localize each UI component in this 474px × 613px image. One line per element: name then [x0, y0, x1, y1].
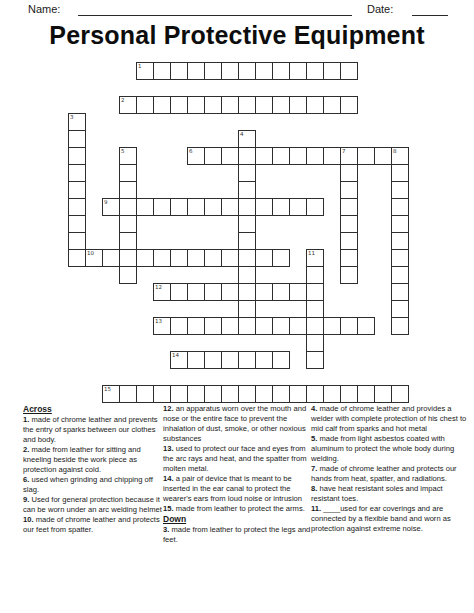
- grid-cell[interactable]: [357, 385, 375, 403]
- grid-cell[interactable]: [391, 283, 409, 301]
- grid-cell[interactable]: [306, 385, 324, 403]
- grid-cell[interactable]: [187, 351, 205, 369]
- grid-cell[interactable]: [204, 96, 222, 114]
- grid-cell[interactable]: [221, 147, 239, 165]
- grid-cell[interactable]: [340, 164, 358, 182]
- clue-number-label: 2.: [23, 445, 31, 454]
- grid-cell[interactable]: [306, 317, 324, 335]
- grid-cell[interactable]: [153, 385, 171, 403]
- clue-number-label: 9.: [23, 495, 31, 504]
- date-label: Date:: [367, 3, 393, 15]
- grid-cell[interactable]: 1: [136, 62, 154, 80]
- grid-cell[interactable]: [136, 96, 154, 114]
- grid-cell[interactable]: [238, 232, 256, 250]
- grid-cell[interactable]: [119, 215, 137, 233]
- grid-cell[interactable]: [68, 130, 86, 148]
- grid-cell[interactable]: [272, 147, 290, 165]
- grid-cell[interactable]: [238, 62, 256, 80]
- grid-cell[interactable]: [289, 385, 307, 403]
- grid-cell[interactable]: [357, 147, 375, 165]
- clue-column-down: 4. made of chrome leather and provides a…: [311, 404, 471, 534]
- grid-cell[interactable]: [323, 317, 341, 335]
- grid-cell[interactable]: [340, 181, 358, 199]
- grid-cell[interactable]: [68, 249, 86, 267]
- grid-cell[interactable]: [153, 96, 171, 114]
- grid-cell[interactable]: [391, 232, 409, 250]
- grid-cell[interactable]: [306, 283, 324, 301]
- grid-cell[interactable]: [119, 232, 137, 250]
- grid-cell[interactable]: [306, 62, 324, 80]
- clue: 4. made of chrome leather and provides a…: [311, 404, 471, 434]
- grid-cell[interactable]: [204, 317, 222, 335]
- clue: 13. used to protect our face and eyes fr…: [163, 444, 313, 474]
- grid-cell[interactable]: [221, 198, 239, 216]
- grid-cell[interactable]: [170, 283, 188, 301]
- grid-cell[interactable]: [238, 198, 256, 216]
- grid-cell[interactable]: [272, 385, 290, 403]
- grid-cell[interactable]: [306, 334, 324, 352]
- grid-cell[interactable]: [170, 249, 188, 267]
- clue-number: 10: [87, 250, 94, 256]
- clue: 7. made of chrome leather and protects o…: [311, 464, 471, 484]
- grid-cell[interactable]: [68, 215, 86, 233]
- grid-cell[interactable]: [153, 62, 171, 80]
- grid-cell[interactable]: [391, 300, 409, 318]
- grid-cell[interactable]: [272, 198, 290, 216]
- grid-cell[interactable]: [272, 283, 290, 301]
- clue-number: 12: [155, 284, 162, 290]
- name-blank-line[interactable]: [78, 2, 352, 16]
- grid-cell[interactable]: [187, 317, 205, 335]
- grid-cell[interactable]: [204, 198, 222, 216]
- clue: 14. a pair of device that is meant to be…: [163, 474, 313, 504]
- clue-number: 13: [155, 318, 162, 324]
- clue-number: 4: [240, 131, 244, 137]
- grid-cell[interactable]: [136, 249, 154, 267]
- grid-cell[interactable]: [255, 96, 273, 114]
- clue-number-label: 7.: [311, 464, 319, 473]
- grid-cell[interactable]: [204, 351, 222, 369]
- grid-cell[interactable]: [340, 198, 358, 216]
- clue: 2. made from leather for sitting and kne…: [23, 445, 163, 475]
- grid-cell[interactable]: [153, 198, 171, 216]
- grid-cell[interactable]: [391, 317, 409, 335]
- grid-cell[interactable]: [323, 385, 341, 403]
- grid-cell[interactable]: 8: [391, 147, 409, 165]
- grid-cell[interactable]: [238, 317, 256, 335]
- grid-cell[interactable]: [340, 249, 358, 267]
- grid-cell[interactable]: [272, 249, 290, 267]
- clue-number-label: 13.: [163, 444, 176, 453]
- grid-cell[interactable]: [119, 181, 137, 199]
- clue-number: 8: [393, 148, 397, 154]
- grid-cell[interactable]: [119, 198, 137, 216]
- grid-cell[interactable]: [306, 300, 324, 318]
- grid-cell[interactable]: [119, 164, 137, 182]
- clue: 9. Used for general protection because i…: [23, 495, 163, 515]
- grid-cell[interactable]: [221, 351, 239, 369]
- clue-column-middle: 12. an apparatus worn over the mouth and…: [163, 404, 313, 545]
- grid-cell[interactable]: [289, 96, 307, 114]
- grid-cell[interactable]: [289, 317, 307, 335]
- grid-cell[interactable]: [289, 62, 307, 80]
- grid-cell[interactable]: [391, 385, 409, 403]
- grid-cell[interactable]: [204, 249, 222, 267]
- grid-cell[interactable]: [221, 96, 239, 114]
- grid-cell[interactable]: [255, 249, 273, 267]
- grid-cell[interactable]: [255, 62, 273, 80]
- grid-cell[interactable]: [255, 351, 273, 369]
- grid-cell[interactable]: 2: [119, 96, 137, 114]
- grid-cell[interactable]: [238, 215, 256, 233]
- clue-number: 6: [189, 148, 193, 154]
- grid-cell[interactable]: 11: [306, 249, 324, 267]
- grid-cell[interactable]: [323, 147, 341, 165]
- clue-number: 5: [121, 148, 125, 154]
- grid-cell[interactable]: [255, 147, 273, 165]
- grid-cell[interactable]: [187, 385, 205, 403]
- grid-cell[interactable]: [238, 385, 256, 403]
- grid-cell[interactable]: [170, 96, 188, 114]
- grid-cell[interactable]: [272, 62, 290, 80]
- clue-number: 9: [104, 199, 108, 205]
- grid-cell[interactable]: [391, 266, 409, 284]
- grid-cell[interactable]: 9: [102, 198, 120, 216]
- clue-number-label: 15.: [163, 504, 176, 513]
- grid-cell[interactable]: [204, 62, 222, 80]
- clue-number: 14: [172, 352, 179, 358]
- clue-number-label: 12.: [163, 404, 176, 413]
- grid-cell[interactable]: [187, 62, 205, 80]
- grid-cell[interactable]: [391, 181, 409, 199]
- grid-cell[interactable]: [68, 198, 86, 216]
- grid-cell[interactable]: [170, 317, 188, 335]
- clue: 10. made of chrome leather and protects …: [23, 515, 163, 535]
- grid-cell[interactable]: [374, 147, 392, 165]
- grid-cell[interactable]: [272, 351, 290, 369]
- grid-cell[interactable]: [187, 198, 205, 216]
- grid-cell[interactable]: 4: [238, 130, 256, 148]
- grid-cell[interactable]: [136, 385, 154, 403]
- grid-cell[interactable]: 3: [68, 113, 86, 131]
- grid-cell[interactable]: [187, 249, 205, 267]
- grid-cell[interactable]: 14: [170, 351, 188, 369]
- clue: 6. used when grinding and chipping off s…: [23, 475, 163, 495]
- grid-cell[interactable]: [340, 62, 358, 80]
- clue-number-label: 4.: [311, 404, 319, 413]
- clue-number: 15: [104, 386, 111, 392]
- clue-list-header: Down: [163, 514, 313, 525]
- grid-cell[interactable]: [68, 164, 86, 182]
- grid-cell[interactable]: [289, 147, 307, 165]
- grid-cell[interactable]: [272, 96, 290, 114]
- grid-cell[interactable]: [357, 317, 375, 335]
- grid-cell[interactable]: [340, 266, 358, 284]
- grid-cell[interactable]: [391, 215, 409, 233]
- worksheet-page: Name: Date: Personal Protective Equipmen…: [0, 0, 474, 613]
- grid-cell[interactable]: [204, 385, 222, 403]
- page-title: Personal Protective Equipment: [0, 21, 474, 50]
- clue: 8. have heat resistant soles and impact …: [311, 484, 471, 504]
- clue-number-label: 5.: [311, 434, 319, 443]
- clue: 3. made from leather to protect the legs…: [163, 525, 313, 545]
- grid-cell[interactable]: [238, 181, 256, 199]
- grid-cell[interactable]: [306, 147, 324, 165]
- grid-cell[interactable]: [187, 283, 205, 301]
- grid-cell[interactable]: 7: [340, 147, 358, 165]
- grid-cell[interactable]: [221, 283, 239, 301]
- grid-cell[interactable]: [221, 317, 239, 335]
- grid-cell[interactable]: [238, 164, 256, 182]
- grid-cell[interactable]: [289, 198, 307, 216]
- clue: 5. made from light asbestos coated with …: [311, 434, 471, 464]
- name-label: Name:: [28, 3, 60, 15]
- grid-cell[interactable]: [68, 181, 86, 199]
- clue-number-label: 11.: [311, 504, 323, 513]
- grid-cell[interactable]: [255, 198, 273, 216]
- grid-cell[interactable]: [391, 164, 409, 182]
- clue-number: 7: [342, 148, 346, 154]
- grid-cell[interactable]: [238, 96, 256, 114]
- grid-cell[interactable]: [306, 351, 324, 369]
- grid-cell[interactable]: [340, 96, 358, 114]
- clue-number-label: 10.: [23, 515, 36, 524]
- clue-number-label: 14.: [163, 474, 176, 483]
- clue-number-label: 3.: [163, 525, 171, 534]
- grid-cell[interactable]: [170, 198, 188, 216]
- clue: 15. made from leather to protect the arm…: [163, 504, 313, 514]
- clue-number: 3: [70, 114, 74, 120]
- grid-cell[interactable]: [289, 283, 307, 301]
- grid-cell[interactable]: [68, 147, 86, 165]
- grid-cell[interactable]: [119, 249, 137, 267]
- grid-cell[interactable]: 10: [85, 249, 103, 267]
- grid-cell[interactable]: [153, 249, 171, 267]
- grid-cell[interactable]: [340, 232, 358, 250]
- grid-cell[interactable]: 12: [153, 283, 171, 301]
- grid-cell[interactable]: [119, 385, 137, 403]
- grid-cell[interactable]: [238, 283, 256, 301]
- clue-column-across: Across1. made of chrome leather and prev…: [23, 404, 163, 535]
- grid-cell[interactable]: [323, 62, 341, 80]
- clue-number-label: 6.: [23, 475, 31, 484]
- grid-cell[interactable]: [68, 232, 86, 250]
- grid-cell[interactable]: [255, 283, 273, 301]
- clue-number-label: 8.: [311, 484, 319, 493]
- grid-cell[interactable]: [255, 385, 273, 403]
- grid-cell[interactable]: [170, 385, 188, 403]
- grid-cell[interactable]: [306, 198, 324, 216]
- grid-cell[interactable]: [221, 249, 239, 267]
- grid-cell[interactable]: [102, 249, 120, 267]
- clue-number-label: 1.: [23, 415, 31, 424]
- grid-cell[interactable]: [136, 198, 154, 216]
- grid-cell[interactable]: 13: [153, 317, 171, 335]
- grid-cell[interactable]: [238, 147, 256, 165]
- clue: 1. made of chrome leather and prevents t…: [23, 415, 163, 445]
- grid-cell[interactable]: [221, 385, 239, 403]
- grid-cell[interactable]: [391, 198, 409, 216]
- clue-list-header: Across: [23, 404, 163, 415]
- grid-cell[interactable]: [306, 96, 324, 114]
- clue-number: 1: [138, 63, 142, 69]
- clue-number: 2: [121, 97, 125, 103]
- date-blank-line[interactable]: [412, 2, 448, 16]
- grid-cell[interactable]: [340, 317, 358, 335]
- grid-cell[interactable]: [238, 249, 256, 267]
- grid-cell[interactable]: [119, 266, 137, 284]
- grid-cell[interactable]: [306, 266, 324, 284]
- grid-cell[interactable]: 15: [102, 385, 120, 403]
- grid-cell[interactable]: [238, 351, 256, 369]
- grid-cell[interactable]: 5: [119, 147, 137, 165]
- grid-cell[interactable]: [340, 385, 358, 403]
- grid-cell[interactable]: [340, 215, 358, 233]
- grid-cell[interactable]: [170, 62, 188, 80]
- clue-number: 11: [308, 250, 315, 256]
- grid-cell[interactable]: [204, 147, 222, 165]
- grid-cell[interactable]: [323, 96, 341, 114]
- clue: 11. ____used for ear coverings and are c…: [311, 504, 471, 534]
- grid-cell[interactable]: [187, 96, 205, 114]
- grid-cell[interactable]: [272, 317, 290, 335]
- grid-cell[interactable]: [391, 249, 409, 267]
- grid-cell[interactable]: [204, 283, 222, 301]
- clue: 12. an apparatus worn over the mouth and…: [163, 404, 313, 444]
- grid-cell[interactable]: [374, 385, 392, 403]
- crossword-grid: 123456789101112131415: [68, 62, 410, 404]
- grid-cell[interactable]: 6: [187, 147, 205, 165]
- grid-cell[interactable]: [255, 317, 273, 335]
- grid-cell[interactable]: [238, 300, 256, 318]
- grid-cell[interactable]: [221, 62, 239, 80]
- grid-cell[interactable]: [238, 266, 256, 284]
